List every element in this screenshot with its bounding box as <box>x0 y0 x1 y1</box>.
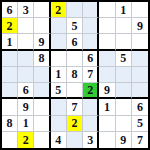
cell-r1c8[interactable]: 1 <box>116 2 132 18</box>
cell-r7c7[interactable]: 1 <box>99 99 115 115</box>
cell-r6c6[interactable]: 2 <box>83 83 99 99</box>
cell-r4c3[interactable]: 8 <box>34 51 50 67</box>
cell-r2c4[interactable] <box>51 18 67 34</box>
cell-r9c3[interactable] <box>34 132 50 148</box>
cell-r8c7[interactable] <box>99 116 115 132</box>
cell-r6c5[interactable] <box>67 83 83 99</box>
cell-r3c6[interactable] <box>83 34 99 50</box>
cell-r5c4[interactable]: 1 <box>51 67 67 83</box>
cell-r6c9[interactable] <box>132 83 148 99</box>
cell-r2c7[interactable] <box>99 18 115 34</box>
cell-r7c2[interactable]: 9 <box>18 99 34 115</box>
cell-r4c1[interactable] <box>2 51 18 67</box>
cell-r6c4[interactable]: 5 <box>51 83 67 99</box>
sudoku-board: 632125919686518765299716812524397 <box>0 0 150 150</box>
cell-r4c6[interactable]: 6 <box>83 51 99 67</box>
cell-r4c5[interactable] <box>67 51 83 67</box>
cell-r1c7[interactable] <box>99 2 115 18</box>
cell-r4c4[interactable] <box>51 51 67 67</box>
cell-r1c3[interactable] <box>34 2 50 18</box>
cell-r8c9[interactable]: 5 <box>132 116 148 132</box>
cell-r4c8[interactable]: 5 <box>116 51 132 67</box>
cell-r7c8[interactable] <box>116 99 132 115</box>
cell-r6c7[interactable]: 9 <box>99 83 115 99</box>
cell-r7c5[interactable]: 7 <box>67 99 83 115</box>
cell-r7c1[interactable] <box>2 99 18 115</box>
cell-r7c6[interactable] <box>83 99 99 115</box>
cell-r9c4[interactable]: 4 <box>51 132 67 148</box>
cell-r5c8[interactable] <box>116 67 132 83</box>
cell-r8c5[interactable]: 2 <box>67 116 83 132</box>
cell-r4c7[interactable] <box>99 51 115 67</box>
cell-r5c5[interactable]: 8 <box>67 67 83 83</box>
cell-r1c2[interactable]: 3 <box>18 2 34 18</box>
cell-r5c9[interactable] <box>132 67 148 83</box>
cell-r5c7[interactable] <box>99 67 115 83</box>
cell-r1c5[interactable] <box>67 2 83 18</box>
cell-r5c1[interactable] <box>2 67 18 83</box>
cell-r3c4[interactable] <box>51 34 67 50</box>
cell-r7c3[interactable] <box>34 99 50 115</box>
cell-r2c3[interactable] <box>34 18 50 34</box>
cell-r1c6[interactable] <box>83 2 99 18</box>
cell-r3c9[interactable] <box>132 34 148 50</box>
cell-r8c8[interactable] <box>116 116 132 132</box>
cell-r4c2[interactable] <box>18 51 34 67</box>
cell-r4c9[interactable] <box>132 51 148 67</box>
cell-r2c9[interactable]: 9 <box>132 18 148 34</box>
cell-r3c7[interactable] <box>99 34 115 50</box>
cell-r6c3[interactable] <box>34 83 50 99</box>
cell-r2c1[interactable]: 2 <box>2 18 18 34</box>
cell-r9c7[interactable] <box>99 132 115 148</box>
cell-r9c8[interactable]: 9 <box>116 132 132 148</box>
cell-r1c9[interactable] <box>132 2 148 18</box>
cell-r8c4[interactable] <box>51 116 67 132</box>
cell-r5c3[interactable] <box>34 67 50 83</box>
cell-r5c6[interactable]: 7 <box>83 67 99 83</box>
cell-r3c2[interactable] <box>18 34 34 50</box>
cell-r2c5[interactable]: 5 <box>67 18 83 34</box>
cell-r2c8[interactable] <box>116 18 132 34</box>
cell-r9c5[interactable] <box>67 132 83 148</box>
cell-r3c5[interactable]: 6 <box>67 34 83 50</box>
cell-r6c2[interactable]: 6 <box>18 83 34 99</box>
cell-r1c1[interactable]: 6 <box>2 2 18 18</box>
cell-r9c6[interactable]: 3 <box>83 132 99 148</box>
cell-r3c8[interactable] <box>116 34 132 50</box>
cell-r6c8[interactable] <box>116 83 132 99</box>
cell-r6c1[interactable] <box>2 83 18 99</box>
cell-r8c6[interactable] <box>83 116 99 132</box>
cell-r8c1[interactable]: 8 <box>2 116 18 132</box>
cell-r9c2[interactable]: 2 <box>18 132 34 148</box>
cell-r7c9[interactable]: 6 <box>132 99 148 115</box>
cell-r3c3[interactable]: 9 <box>34 34 50 50</box>
cell-r1c4[interactable]: 2 <box>51 2 67 18</box>
cell-r5c2[interactable] <box>18 67 34 83</box>
cell-r9c1[interactable] <box>2 132 18 148</box>
cell-r2c2[interactable] <box>18 18 34 34</box>
cell-r9c9[interactable]: 7 <box>132 132 148 148</box>
cell-r8c2[interactable]: 1 <box>18 116 34 132</box>
cell-r8c3[interactable] <box>34 116 50 132</box>
cell-r2c6[interactable] <box>83 18 99 34</box>
cell-r3c1[interactable]: 1 <box>2 34 18 50</box>
cell-r7c4[interactable] <box>51 99 67 115</box>
